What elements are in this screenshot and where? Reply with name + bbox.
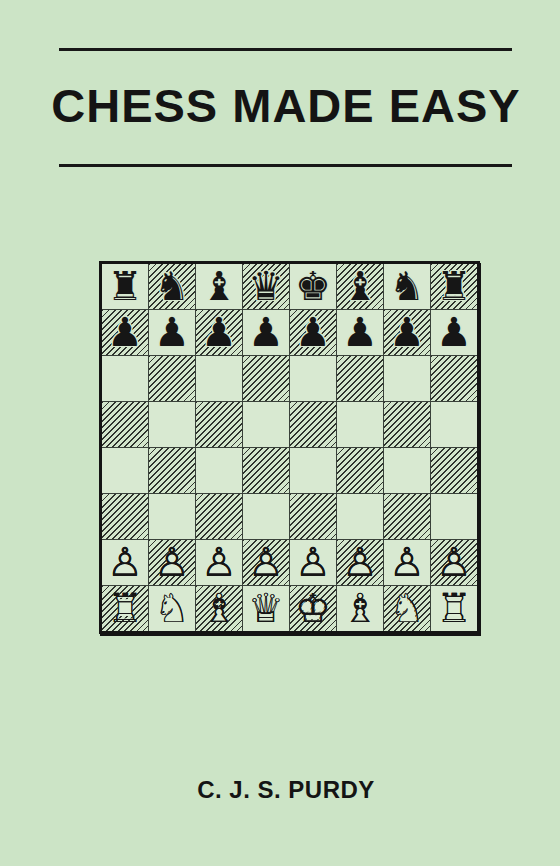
black-bishop-f8: ♝ bbox=[342, 266, 378, 306]
white-pawn-a2: ♟♙ bbox=[107, 542, 143, 582]
white-queen-d1: ♛♕ bbox=[248, 588, 284, 628]
square-e1: ♚♔ bbox=[290, 586, 336, 631]
square-a3 bbox=[102, 494, 148, 539]
square-b8: ♞ bbox=[149, 264, 195, 309]
white-piece-outline: ♗ bbox=[342, 586, 378, 631]
white-piece-outline: ♙ bbox=[389, 540, 425, 585]
white-piece-outline: ♙ bbox=[295, 540, 331, 585]
black-pawn-a7: ♟ bbox=[107, 312, 143, 352]
square-g2: ♟♙ bbox=[384, 540, 430, 585]
white-piece-outline: ♘ bbox=[154, 586, 190, 631]
black-pawn-h7: ♟ bbox=[436, 312, 472, 352]
square-e4 bbox=[290, 448, 336, 493]
square-d3 bbox=[243, 494, 289, 539]
author-name: C. J. S. PURDY bbox=[24, 776, 548, 804]
square-g5 bbox=[384, 402, 430, 447]
square-e8: ♚ bbox=[290, 264, 336, 309]
square-d2: ♟♙ bbox=[243, 540, 289, 585]
white-knight-b1: ♞♘ bbox=[154, 588, 190, 628]
square-a7: ♟ bbox=[102, 310, 148, 355]
square-a8: ♜ bbox=[102, 264, 148, 309]
square-b2: ♟♙ bbox=[149, 540, 195, 585]
white-piece-outline: ♙ bbox=[436, 540, 472, 585]
square-b4 bbox=[149, 448, 195, 493]
square-c6 bbox=[196, 356, 242, 401]
white-pawn-f2: ♟♙ bbox=[342, 542, 378, 582]
square-f3 bbox=[337, 494, 383, 539]
square-c8: ♝ bbox=[196, 264, 242, 309]
book-cover: CHESS MADE EASY ♜♞♝♛♚♝♞♜♟♟♟♟♟♟♟♟♟♙♟♙♟♙♟♙… bbox=[0, 0, 560, 866]
chess-board: ♜♞♝♛♚♝♞♜♟♟♟♟♟♟♟♟♟♙♟♙♟♙♟♙♟♙♟♙♟♙♟♙♜♖♞♘♝♗♛♕… bbox=[99, 261, 480, 634]
black-rook-h8: ♜ bbox=[436, 266, 472, 306]
white-pawn-d2: ♟♙ bbox=[248, 542, 284, 582]
white-pawn-g2: ♟♙ bbox=[389, 542, 425, 582]
square-e3 bbox=[290, 494, 336, 539]
square-f1: ♝♗ bbox=[337, 586, 383, 631]
square-b5 bbox=[149, 402, 195, 447]
black-rook-a8: ♜ bbox=[107, 266, 143, 306]
white-piece-outline: ♙ bbox=[107, 540, 143, 585]
square-f7: ♟ bbox=[337, 310, 383, 355]
square-d7: ♟ bbox=[243, 310, 289, 355]
square-c4 bbox=[196, 448, 242, 493]
white-pawn-b2: ♟♙ bbox=[154, 542, 190, 582]
square-a5 bbox=[102, 402, 148, 447]
white-piece-outline: ♖ bbox=[107, 586, 143, 631]
black-pawn-e7: ♟ bbox=[295, 312, 331, 352]
black-king-e8: ♚ bbox=[295, 266, 331, 306]
white-bishop-c1: ♝♗ bbox=[201, 588, 237, 628]
square-d4 bbox=[243, 448, 289, 493]
black-knight-g8: ♞ bbox=[389, 266, 425, 306]
square-b6 bbox=[149, 356, 195, 401]
black-pawn-f7: ♟ bbox=[342, 312, 378, 352]
white-pawn-e2: ♟♙ bbox=[295, 542, 331, 582]
square-b3 bbox=[149, 494, 195, 539]
square-a1: ♜♖ bbox=[102, 586, 148, 631]
square-c5 bbox=[196, 402, 242, 447]
square-a6 bbox=[102, 356, 148, 401]
square-g8: ♞ bbox=[384, 264, 430, 309]
white-rook-h1: ♜♖ bbox=[436, 588, 472, 628]
square-f6 bbox=[337, 356, 383, 401]
square-f5 bbox=[337, 402, 383, 447]
square-h6 bbox=[431, 356, 477, 401]
black-pawn-c7: ♟ bbox=[201, 312, 237, 352]
white-rook-a1: ♜♖ bbox=[107, 588, 143, 628]
square-h3 bbox=[431, 494, 477, 539]
black-pawn-b7: ♟ bbox=[154, 312, 190, 352]
square-d6 bbox=[243, 356, 289, 401]
book-title: CHESS MADE EASY bbox=[24, 80, 548, 132]
white-pawn-h2: ♟♙ bbox=[436, 542, 472, 582]
white-pawn-c2: ♟♙ bbox=[201, 542, 237, 582]
white-piece-outline: ♙ bbox=[154, 540, 190, 585]
white-piece-outline: ♙ bbox=[201, 540, 237, 585]
square-h2: ♟♙ bbox=[431, 540, 477, 585]
square-e2: ♟♙ bbox=[290, 540, 336, 585]
square-b7: ♟ bbox=[149, 310, 195, 355]
square-f8: ♝ bbox=[337, 264, 383, 309]
square-b1: ♞♘ bbox=[149, 586, 195, 631]
square-g7: ♟ bbox=[384, 310, 430, 355]
square-g3 bbox=[384, 494, 430, 539]
square-g4 bbox=[384, 448, 430, 493]
square-g6 bbox=[384, 356, 430, 401]
black-knight-b8: ♞ bbox=[154, 266, 190, 306]
white-piece-outline: ♙ bbox=[342, 540, 378, 585]
title-rule-bottom bbox=[59, 164, 512, 167]
square-f4 bbox=[337, 448, 383, 493]
square-e6 bbox=[290, 356, 336, 401]
black-pawn-d7: ♟ bbox=[248, 312, 284, 352]
square-d1: ♛♕ bbox=[243, 586, 289, 631]
black-queen-d8: ♛ bbox=[248, 266, 284, 306]
square-c3 bbox=[196, 494, 242, 539]
title-rule-top bbox=[59, 48, 512, 51]
square-h4 bbox=[431, 448, 477, 493]
white-bishop-f1: ♝♗ bbox=[342, 588, 378, 628]
white-piece-outline: ♙ bbox=[248, 540, 284, 585]
white-knight-g1: ♞♘ bbox=[389, 588, 425, 628]
square-e7: ♟ bbox=[290, 310, 336, 355]
black-pawn-g7: ♟ bbox=[389, 312, 425, 352]
square-e5 bbox=[290, 402, 336, 447]
square-h5 bbox=[431, 402, 477, 447]
white-piece-outline: ♕ bbox=[248, 586, 284, 631]
square-a2: ♟♙ bbox=[102, 540, 148, 585]
square-d5 bbox=[243, 402, 289, 447]
black-bishop-c8: ♝ bbox=[201, 266, 237, 306]
white-piece-outline: ♗ bbox=[201, 586, 237, 631]
square-h1: ♜♖ bbox=[431, 586, 477, 631]
square-h7: ♟ bbox=[431, 310, 477, 355]
square-d8: ♛ bbox=[243, 264, 289, 309]
square-g1: ♞♘ bbox=[384, 586, 430, 631]
square-a4 bbox=[102, 448, 148, 493]
square-h8: ♜ bbox=[431, 264, 477, 309]
white-piece-outline: ♖ bbox=[436, 586, 472, 631]
square-f2: ♟♙ bbox=[337, 540, 383, 585]
square-c1: ♝♗ bbox=[196, 586, 242, 631]
square-c7: ♟ bbox=[196, 310, 242, 355]
square-c2: ♟♙ bbox=[196, 540, 242, 585]
white-king-e1: ♚♔ bbox=[295, 588, 331, 628]
white-piece-outline: ♔ bbox=[295, 586, 331, 631]
white-piece-outline: ♘ bbox=[389, 586, 425, 631]
